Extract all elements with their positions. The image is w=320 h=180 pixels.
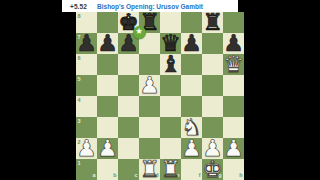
square-f6[interactable] [181,54,202,75]
rank-label-7: 7 [78,35,81,41]
square-e3[interactable] [160,117,181,138]
piece-white-king: ♚ [202,159,223,180]
square-c2[interactable] [118,138,139,159]
square-c6[interactable] [118,54,139,75]
square-e6[interactable]: ♝ [160,54,181,75]
square-b3[interactable] [97,117,118,138]
square-c1[interactable]: c [118,159,139,180]
file-label-c: c [134,173,137,179]
file-label-b: b [113,173,116,179]
square-g5[interactable] [202,75,223,96]
square-g3[interactable] [202,117,223,138]
square-g8[interactable]: ♜ [202,12,223,33]
square-f1[interactable]: f [181,159,202,180]
square-c4[interactable] [118,96,139,117]
file-label-g: g [218,173,221,179]
piece-black-rook: ♜ [202,12,223,33]
file-label-e: e [176,173,179,179]
file-label-d: d [155,173,158,179]
square-a5[interactable]: 5 [76,75,97,96]
square-b4[interactable] [97,96,118,117]
best-move-star-icon: ★ [133,26,146,39]
square-h8[interactable] [223,12,244,33]
square-d5[interactable]: ♟ [139,75,160,96]
square-e7[interactable]: ♛ [160,33,181,54]
square-b8[interactable] [97,12,118,33]
rank-label-4: 4 [78,98,81,104]
square-a3[interactable]: 3 [76,117,97,138]
square-h7[interactable]: ♟ [223,33,244,54]
square-b5[interactable] [97,75,118,96]
square-e2[interactable] [160,138,181,159]
square-c5[interactable] [118,75,139,96]
square-h1[interactable]: h [223,159,244,180]
square-a6[interactable]: 6 [76,54,97,75]
piece-white-pawn: ♟ [97,138,118,159]
piece-black-pawn: ♟ [181,33,202,54]
star-glyph: ★ [135,27,143,36]
square-b7[interactable]: ♟ [97,33,118,54]
rank-label-1: 1 [78,161,81,167]
rank-label-8: 8 [78,14,81,20]
opening-title: Bishop's Opening: Urusov Gambit [97,3,203,10]
square-h5[interactable] [223,75,244,96]
square-f7[interactable]: ♟ [181,33,202,54]
square-h3[interactable] [223,117,244,138]
piece-white-queen: ♛ [223,54,244,75]
square-f4[interactable] [181,96,202,117]
square-h2[interactable]: ♟ [223,138,244,159]
square-f2[interactable]: ♟ [181,138,202,159]
square-e4[interactable] [160,96,181,117]
square-e8[interactable] [160,12,181,33]
rank-label-5: 5 [78,77,81,83]
square-h6[interactable]: ♛ [223,54,244,75]
rank-label-3: 3 [78,119,81,125]
square-f3[interactable]: ♞ [181,117,202,138]
rank-label-2: 2 [78,140,81,146]
square-d3[interactable] [139,117,160,138]
piece-black-bishop: ♝ [160,54,181,75]
square-g7[interactable] [202,33,223,54]
square-b2[interactable]: ♟ [97,138,118,159]
piece-white-pawn: ♟ [76,138,97,159]
piece-white-pawn: ♟ [223,138,244,159]
square-c3[interactable] [118,117,139,138]
file-label-a: a [92,173,95,179]
header-bar: +5.52 Bishop's Opening: Urusov Gambit [62,0,238,12]
square-d4[interactable] [139,96,160,117]
square-a7[interactable]: 7♟ [76,33,97,54]
rank-label-6: 6 [78,56,81,62]
piece-white-knight: ♞ [181,117,202,138]
piece-white-pawn: ♟ [181,138,202,159]
chess-board: 8♚♜♜7♟♟♟♛♟♟6♝♛5♟43♞2♟♟♟♟♟1abcd♜e♜fg♚h★ [76,12,244,180]
file-label-f: f [199,173,201,179]
piece-black-pawn: ♟ [76,33,97,54]
piece-black-pawn: ♟ [97,33,118,54]
square-d2[interactable] [139,138,160,159]
square-a8[interactable]: 8 [76,12,97,33]
piece-white-rook: ♜ [139,159,160,180]
video-frame: +5.52 Bishop's Opening: Urusov Gambit 8♚… [0,0,320,180]
piece-black-queen: ♛ [160,33,181,54]
square-e1[interactable]: e♜ [160,159,181,180]
square-f8[interactable] [181,12,202,33]
square-b6[interactable] [97,54,118,75]
square-g1[interactable]: g♚ [202,159,223,180]
square-d1[interactable]: d♜ [139,159,160,180]
piece-white-rook: ♜ [160,159,181,180]
square-h4[interactable] [223,96,244,117]
piece-white-pawn: ♟ [139,75,160,96]
piece-black-pawn: ♟ [223,33,244,54]
piece-white-pawn: ♟ [202,138,223,159]
square-b1[interactable]: b [97,159,118,180]
square-g2[interactable]: ♟ [202,138,223,159]
file-label-h: h [239,173,242,179]
square-f5[interactable] [181,75,202,96]
square-g6[interactable] [202,54,223,75]
square-a1[interactable]: 1a [76,159,97,180]
square-a2[interactable]: 2♟ [76,138,97,159]
evaluation-text: +5.52 [70,0,87,12]
square-e5[interactable] [160,75,181,96]
square-a4[interactable]: 4 [76,96,97,117]
square-g4[interactable] [202,96,223,117]
square-d6[interactable] [139,54,160,75]
